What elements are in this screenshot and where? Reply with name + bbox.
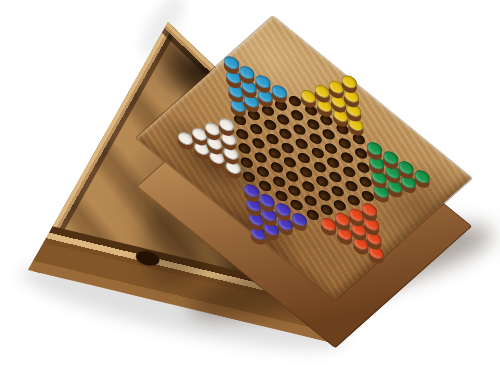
- photo-scene: [0, 0, 500, 367]
